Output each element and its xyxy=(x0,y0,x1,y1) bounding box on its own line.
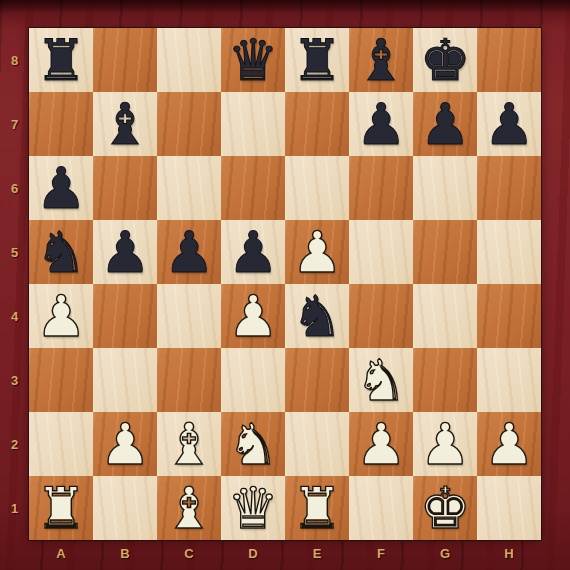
square-g3[interactable] xyxy=(413,348,477,412)
piece-black-queen-d8[interactable]: ♛ xyxy=(221,28,285,92)
square-d3[interactable] xyxy=(221,348,285,412)
square-h7[interactable]: ♟ xyxy=(477,92,541,156)
piece-white-king-g1[interactable]: ♚ xyxy=(413,476,477,540)
piece-white-knight-d2[interactable]: ♞ xyxy=(221,412,285,476)
piece-white-pawn-b2[interactable]: ♟ xyxy=(93,412,157,476)
square-h1[interactable] xyxy=(477,476,541,540)
square-c6[interactable] xyxy=(157,156,221,220)
rank-label-2: 2 xyxy=(0,412,29,476)
square-h5[interactable] xyxy=(477,220,541,284)
square-c8[interactable] xyxy=(157,28,221,92)
piece-black-pawn-h7[interactable]: ♟ xyxy=(477,92,541,156)
piece-black-knight-a5[interactable]: ♞ xyxy=(29,220,93,284)
rank-label-3: 3 xyxy=(0,348,29,412)
square-f5[interactable] xyxy=(349,220,413,284)
rank-label-5: 5 xyxy=(0,220,29,284)
piece-black-pawn-g7[interactable]: ♟ xyxy=(413,92,477,156)
square-e7[interactable] xyxy=(285,92,349,156)
square-e6[interactable] xyxy=(285,156,349,220)
piece-black-bishop-f8[interactable]: ♝ xyxy=(349,28,413,92)
square-b3[interactable] xyxy=(93,348,157,412)
file-label-a: A xyxy=(29,540,93,570)
rank-label-6: 6 xyxy=(0,156,29,220)
square-f1[interactable] xyxy=(349,476,413,540)
square-a7[interactable] xyxy=(29,92,93,156)
square-e8[interactable]: ♜ xyxy=(285,28,349,92)
file-label-g: G xyxy=(413,540,477,570)
square-e3[interactable] xyxy=(285,348,349,412)
piece-white-pawn-a4[interactable]: ♟ xyxy=(29,284,93,348)
piece-black-bishop-b7[interactable]: ♝ xyxy=(93,92,157,156)
piece-black-pawn-f7[interactable]: ♟ xyxy=(349,92,413,156)
rank-label-8: 8 xyxy=(0,28,29,92)
square-d5[interactable]: ♟ xyxy=(221,220,285,284)
square-b8[interactable] xyxy=(93,28,157,92)
square-e1[interactable]: ♜ xyxy=(285,476,349,540)
piece-white-bishop-c2[interactable]: ♝ xyxy=(157,412,221,476)
square-d8[interactable]: ♛ xyxy=(221,28,285,92)
piece-white-bishop-c1[interactable]: ♝ xyxy=(157,476,221,540)
square-a2[interactable] xyxy=(29,412,93,476)
piece-black-pawn-d5[interactable]: ♟ xyxy=(221,220,285,284)
piece-black-rook-a8[interactable]: ♜ xyxy=(29,28,93,92)
chess-board: ♜♛♜♝♚♝♟♟♟♟♞♟♟♟♟♟♟♞♞♟♝♞♟♟♟♜♝♛♜♚ xyxy=(29,28,541,540)
piece-white-knight-f3[interactable]: ♞ xyxy=(349,348,413,412)
piece-white-queen-d1[interactable]: ♛ xyxy=(221,476,285,540)
square-d7[interactable] xyxy=(221,92,285,156)
piece-white-pawn-g2[interactable]: ♟ xyxy=(413,412,477,476)
square-f2[interactable]: ♟ xyxy=(349,412,413,476)
piece-white-rook-e1[interactable]: ♜ xyxy=(285,476,349,540)
square-e2[interactable] xyxy=(285,412,349,476)
rank-label-4: 4 xyxy=(0,284,29,348)
file-label-d: D xyxy=(221,540,285,570)
square-g6[interactable] xyxy=(413,156,477,220)
piece-black-pawn-b5[interactable]: ♟ xyxy=(93,220,157,284)
piece-white-pawn-h2[interactable]: ♟ xyxy=(477,412,541,476)
piece-white-pawn-f2[interactable]: ♟ xyxy=(349,412,413,476)
square-h3[interactable] xyxy=(477,348,541,412)
square-b6[interactable] xyxy=(93,156,157,220)
square-h2[interactable]: ♟ xyxy=(477,412,541,476)
square-g7[interactable]: ♟ xyxy=(413,92,477,156)
file-label-e: E xyxy=(285,540,349,570)
piece-white-rook-a1[interactable]: ♜ xyxy=(29,476,93,540)
square-a8[interactable]: ♜ xyxy=(29,28,93,92)
square-g4[interactable] xyxy=(413,284,477,348)
square-c4[interactable] xyxy=(157,284,221,348)
square-c7[interactable] xyxy=(157,92,221,156)
square-g1[interactable]: ♚ xyxy=(413,476,477,540)
rank-label-7: 7 xyxy=(0,92,29,156)
piece-white-pawn-e5[interactable]: ♟ xyxy=(285,220,349,284)
square-h6[interactable] xyxy=(477,156,541,220)
square-d4[interactable]: ♟ xyxy=(221,284,285,348)
chess-board-frame: ♜♛♜♝♚♝♟♟♟♟♞♟♟♟♟♟♟♞♞♟♝♞♟♟♟♜♝♛♜♚ 87654321A… xyxy=(0,0,570,570)
file-label-h: H xyxy=(477,540,541,570)
square-b7[interactable]: ♝ xyxy=(93,92,157,156)
square-a3[interactable] xyxy=(29,348,93,412)
square-b5[interactable]: ♟ xyxy=(93,220,157,284)
square-d1[interactable]: ♛ xyxy=(221,476,285,540)
square-h4[interactable] xyxy=(477,284,541,348)
square-g8[interactable]: ♚ xyxy=(413,28,477,92)
square-e4[interactable]: ♞ xyxy=(285,284,349,348)
piece-black-pawn-c5[interactable]: ♟ xyxy=(157,220,221,284)
frame-top-edge xyxy=(0,0,570,13)
piece-black-king-g8[interactable]: ♚ xyxy=(413,28,477,92)
square-a1[interactable]: ♜ xyxy=(29,476,93,540)
file-label-f: F xyxy=(349,540,413,570)
square-b1[interactable] xyxy=(93,476,157,540)
piece-black-pawn-a6[interactable]: ♟ xyxy=(29,156,93,220)
piece-black-rook-e8[interactable]: ♜ xyxy=(285,28,349,92)
square-f3[interactable]: ♞ xyxy=(349,348,413,412)
piece-black-knight-e4[interactable]: ♞ xyxy=(285,284,349,348)
square-e5[interactable]: ♟ xyxy=(285,220,349,284)
rank-label-1: 1 xyxy=(0,476,29,540)
file-label-c: C xyxy=(157,540,221,570)
square-f8[interactable]: ♝ xyxy=(349,28,413,92)
square-c1[interactable]: ♝ xyxy=(157,476,221,540)
square-a6[interactable]: ♟ xyxy=(29,156,93,220)
square-b4[interactable] xyxy=(93,284,157,348)
square-f7[interactable]: ♟ xyxy=(349,92,413,156)
square-f6[interactable] xyxy=(349,156,413,220)
square-a5[interactable]: ♞ xyxy=(29,220,93,284)
file-label-b: B xyxy=(93,540,157,570)
square-c2[interactable]: ♝ xyxy=(157,412,221,476)
square-d6[interactable] xyxy=(221,156,285,220)
piece-white-pawn-d4[interactable]: ♟ xyxy=(221,284,285,348)
square-f4[interactable] xyxy=(349,284,413,348)
square-d2[interactable]: ♞ xyxy=(221,412,285,476)
square-a4[interactable]: ♟ xyxy=(29,284,93,348)
square-c5[interactable]: ♟ xyxy=(157,220,221,284)
square-h8[interactable] xyxy=(477,28,541,92)
square-g2[interactable]: ♟ xyxy=(413,412,477,476)
square-g5[interactable] xyxy=(413,220,477,284)
square-b2[interactable]: ♟ xyxy=(93,412,157,476)
square-c3[interactable] xyxy=(157,348,221,412)
